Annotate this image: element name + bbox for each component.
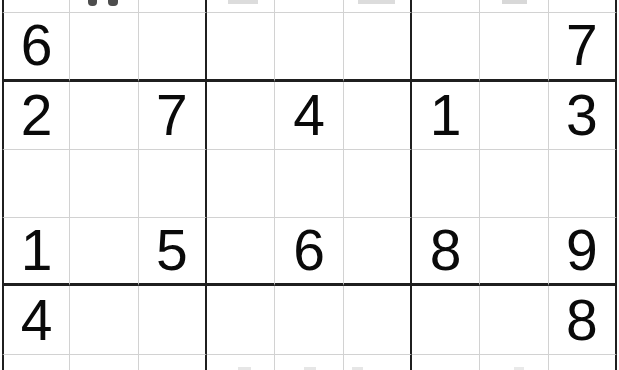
cell-r2-c4[interactable]: 4 <box>275 82 343 150</box>
cell-r0-c3[interactable] <box>207 0 275 13</box>
cell-r0-c2[interactable] <box>139 0 207 13</box>
cell-r6-c3[interactable] <box>207 355 275 370</box>
cell-r6-c8[interactable] <box>549 355 617 370</box>
cell-r6-c5[interactable] <box>344 355 412 370</box>
cell-r5-c6[interactable] <box>412 286 480 354</box>
cell-r1-c5[interactable] <box>344 13 412 81</box>
cell-r2-c7[interactable] <box>480 82 548 150</box>
cell-r4-c7[interactable] <box>480 218 548 286</box>
cell-r6-c1[interactable] <box>70 355 138 370</box>
cell-r0-c4[interactable] <box>275 0 343 13</box>
cell-r1-c1[interactable] <box>70 13 138 81</box>
cell-r6-c6[interactable] <box>412 355 480 370</box>
cell-r2-c3[interactable] <box>207 82 275 150</box>
cell-r6-c2[interactable] <box>139 355 207 370</box>
cell-r0-c8[interactable] <box>549 0 617 13</box>
cell-r1-c2[interactable] <box>139 13 207 81</box>
cell-r4-c3[interactable] <box>207 218 275 286</box>
cell-r1-c3[interactable] <box>207 13 275 81</box>
cell-r1-c0[interactable]: 6 <box>2 13 70 81</box>
cell-r0-c1[interactable] <box>70 0 138 13</box>
sudoku-screenshot: 67274131568948 <box>0 0 619 370</box>
cell-r0-c6[interactable] <box>412 0 480 13</box>
cell-r2-c2[interactable]: 7 <box>139 82 207 150</box>
cell-r5-c5[interactable] <box>344 286 412 354</box>
cell-r5-c8[interactable]: 8 <box>549 286 617 354</box>
cell-r6-c4[interactable] <box>275 355 343 370</box>
cell-r1-c6[interactable] <box>412 13 480 81</box>
cell-r3-c7[interactable] <box>480 150 548 218</box>
cell-r3-c3[interactable] <box>207 150 275 218</box>
cell-r4-c4[interactable]: 6 <box>275 218 343 286</box>
cell-r0-c0[interactable] <box>2 0 70 13</box>
cell-r0-c7[interactable] <box>480 0 548 13</box>
cell-r4-c1[interactable] <box>70 218 138 286</box>
cell-r3-c1[interactable] <box>70 150 138 218</box>
cell-r4-c8[interactable]: 9 <box>549 218 617 286</box>
cell-r2-c8[interactable]: 3 <box>549 82 617 150</box>
cell-r1-c7[interactable] <box>480 13 548 81</box>
cell-r3-c0[interactable] <box>2 150 70 218</box>
cell-r0-c5[interactable] <box>344 0 412 13</box>
cell-r5-c4[interactable] <box>275 286 343 354</box>
cell-r5-c1[interactable] <box>70 286 138 354</box>
cell-r3-c2[interactable] <box>139 150 207 218</box>
cell-r1-c4[interactable] <box>275 13 343 81</box>
cell-r1-c8[interactable]: 7 <box>549 13 617 81</box>
cell-r4-c6[interactable]: 8 <box>412 218 480 286</box>
cell-r4-c5[interactable] <box>344 218 412 286</box>
cell-r4-c2[interactable]: 5 <box>139 218 207 286</box>
cell-r3-c8[interactable] <box>549 150 617 218</box>
cell-r5-c7[interactable] <box>480 286 548 354</box>
cell-r4-c0[interactable]: 1 <box>2 218 70 286</box>
cell-r5-c3[interactable] <box>207 286 275 354</box>
cell-r2-c0[interactable]: 2 <box>2 82 70 150</box>
cell-r2-c6[interactable]: 1 <box>412 82 480 150</box>
cell-r3-c4[interactable] <box>275 150 343 218</box>
cell-r2-c1[interactable] <box>70 82 138 150</box>
cell-r6-c7[interactable] <box>480 355 548 370</box>
sudoku-board: 67274131568948 <box>2 0 617 370</box>
cell-r3-c6[interactable] <box>412 150 480 218</box>
cell-r5-c2[interactable] <box>139 286 207 354</box>
cell-r5-c0[interactable]: 4 <box>2 286 70 354</box>
cell-r6-c0[interactable] <box>2 355 70 370</box>
cell-r3-c5[interactable] <box>344 150 412 218</box>
cell-r2-c5[interactable] <box>344 82 412 150</box>
